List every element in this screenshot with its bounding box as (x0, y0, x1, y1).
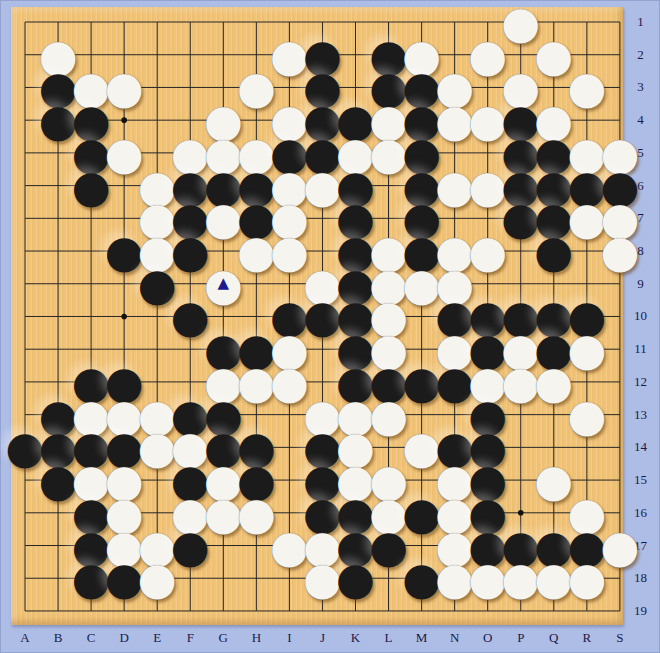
intersection-A9[interactable] (8, 267, 41, 300)
intersection-E19[interactable] (141, 595, 174, 628)
intersection-F12[interactable] (174, 366, 207, 399)
intersection-G14[interactable]: ● (207, 431, 240, 464)
intersection-O6[interactable]: ● (471, 169, 504, 202)
intersection-P10[interactable]: ● (504, 300, 537, 333)
intersection-O7[interactable] (471, 202, 504, 235)
intersection-O9[interactable] (471, 267, 504, 300)
intersection-A19[interactable] (8, 595, 41, 628)
intersection-Q5[interactable]: ● (537, 137, 570, 170)
intersection-R11[interactable]: ● (570, 333, 603, 366)
intersection-C5[interactable]: ● (75, 137, 108, 170)
intersection-P13[interactable] (504, 398, 537, 431)
intersection-K8[interactable]: ● (339, 235, 372, 268)
intersection-P4[interactable]: ● (504, 104, 537, 137)
intersection-Q10[interactable]: ● (537, 300, 570, 333)
intersection-D4[interactable] (108, 104, 141, 137)
intersection-G8[interactable] (207, 235, 240, 268)
intersection-R16[interactable]: ● (570, 496, 603, 529)
intersection-B4[interactable]: ● (42, 104, 75, 137)
intersection-E12[interactable] (141, 366, 174, 399)
intersection-K4[interactable]: ● (339, 104, 372, 137)
intersection-F13[interactable]: ● (174, 398, 207, 431)
intersection-G1[interactable] (207, 6, 240, 39)
intersection-P5[interactable]: ● (504, 137, 537, 170)
intersection-A11[interactable] (8, 333, 41, 366)
intersection-H1[interactable] (240, 6, 273, 39)
intersection-P3[interactable]: ● (504, 71, 537, 104)
intersection-I18[interactable] (273, 562, 306, 595)
intersection-N4[interactable]: ● (438, 104, 471, 137)
intersection-G4[interactable]: ● (207, 104, 240, 137)
intersection-B13[interactable]: ● (42, 398, 75, 431)
intersection-B5[interactable] (42, 137, 75, 170)
intersection-Q7[interactable]: ● (537, 202, 570, 235)
intersection-J18[interactable]: ● (306, 562, 339, 595)
intersection-J11[interactable] (306, 333, 339, 366)
intersection-Q12[interactable]: ● (537, 366, 570, 399)
intersection-A7[interactable] (8, 202, 41, 235)
intersection-H17[interactable] (240, 529, 273, 562)
intersection-B7[interactable] (42, 202, 75, 235)
intersection-H13[interactable] (240, 398, 273, 431)
intersection-N15[interactable]: ● (438, 464, 471, 497)
intersection-F14[interactable]: ● (174, 431, 207, 464)
intersection-E2[interactable] (141, 38, 174, 71)
intersection-D10[interactable] (108, 300, 141, 333)
intersection-H12[interactable]: ● (240, 366, 273, 399)
intersection-D7[interactable] (108, 202, 141, 235)
intersection-D19[interactable] (108, 595, 141, 628)
intersection-L15[interactable]: ● (372, 464, 405, 497)
intersection-I6[interactable]: ● (273, 169, 306, 202)
intersection-C15[interactable]: ● (75, 464, 108, 497)
intersection-E4[interactable] (141, 104, 174, 137)
intersection-M14[interactable]: ● (405, 431, 438, 464)
intersection-D5[interactable]: ● (108, 137, 141, 170)
intersection-B8[interactable] (42, 235, 75, 268)
intersection-P19[interactable] (504, 595, 537, 628)
intersection-I15[interactable] (273, 464, 306, 497)
intersection-N7[interactable] (438, 202, 471, 235)
intersection-E15[interactable] (141, 464, 174, 497)
intersection-R3[interactable]: ● (570, 71, 603, 104)
intersection-O17[interactable]: ● (471, 529, 504, 562)
intersection-K6[interactable]: ● (339, 169, 372, 202)
intersection-C17[interactable]: ● (75, 529, 108, 562)
intersection-A18[interactable] (8, 562, 41, 595)
intersection-H4[interactable] (240, 104, 273, 137)
intersection-H11[interactable]: ● (240, 333, 273, 366)
intersection-K12[interactable]: ● (339, 366, 372, 399)
intersection-M18[interactable]: ● (405, 562, 438, 595)
intersection-R13[interactable]: ● (570, 398, 603, 431)
intersection-D12[interactable]: ● (108, 366, 141, 399)
intersection-Q14[interactable] (537, 431, 570, 464)
intersection-L5[interactable]: ● (372, 137, 405, 170)
intersection-M4[interactable]: ● (405, 104, 438, 137)
intersection-D14[interactable]: ● (108, 431, 141, 464)
intersection-N18[interactable]: ● (438, 562, 471, 595)
intersection-I17[interactable]: ● (273, 529, 306, 562)
intersection-Q15[interactable]: ● (537, 464, 570, 497)
intersection-L11[interactable]: ● (372, 333, 405, 366)
intersection-F3[interactable] (174, 71, 207, 104)
intersection-H6[interactable]: ● (240, 169, 273, 202)
intersection-M12[interactable]: ● (405, 366, 438, 399)
intersection-F10[interactable]: ● (174, 300, 207, 333)
intersection-H2[interactable] (240, 38, 273, 71)
intersection-F6[interactable]: ● (174, 169, 207, 202)
intersection-C14[interactable]: ● (75, 431, 108, 464)
intersection-G6[interactable]: ● (207, 169, 240, 202)
intersection-H8[interactable]: ● (240, 235, 273, 268)
intersection-H3[interactable]: ● (240, 71, 273, 104)
intersection-M2[interactable]: ● (405, 38, 438, 71)
intersection-H7[interactable]: ● (240, 202, 273, 235)
intersection-O11[interactable]: ● (471, 333, 504, 366)
intersection-Q1[interactable] (537, 6, 570, 39)
intersection-F4[interactable] (174, 104, 207, 137)
intersection-O15[interactable]: ● (471, 464, 504, 497)
intersection-M5[interactable]: ● (405, 137, 438, 170)
intersection-G16[interactable]: ● (207, 496, 240, 529)
intersection-L13[interactable]: ● (372, 398, 405, 431)
intersection-B19[interactable] (42, 595, 75, 628)
intersection-J10[interactable]: ● (306, 300, 339, 333)
intersection-C7[interactable] (75, 202, 108, 235)
intersection-H18[interactable] (240, 562, 273, 595)
intersection-J17[interactable]: ● (306, 529, 339, 562)
intersection-M13[interactable] (405, 398, 438, 431)
intersection-E1[interactable] (141, 6, 174, 39)
intersection-Q19[interactable] (537, 595, 570, 628)
intersection-R7[interactable]: ● (570, 202, 603, 235)
intersection-P1[interactable]: ● (504, 6, 537, 39)
intersection-H5[interactable]: ● (240, 137, 273, 170)
intersection-F2[interactable] (174, 38, 207, 71)
intersection-E5[interactable] (141, 137, 174, 170)
intersection-P7[interactable]: ● (504, 202, 537, 235)
intersection-F1[interactable] (174, 6, 207, 39)
intersection-R9[interactable] (570, 267, 603, 300)
intersection-N11[interactable]: ● (438, 333, 471, 366)
intersection-G11[interactable]: ● (207, 333, 240, 366)
intersection-O18[interactable]: ● (471, 562, 504, 595)
intersection-B1[interactable] (42, 6, 75, 39)
intersection-Q9[interactable] (537, 267, 570, 300)
intersection-B12[interactable] (42, 366, 75, 399)
intersection-C4[interactable]: ● (75, 104, 108, 137)
intersection-R14[interactable] (570, 431, 603, 464)
intersection-F17[interactable]: ● (174, 529, 207, 562)
intersection-E6[interactable]: ● (141, 169, 174, 202)
intersection-J13[interactable]: ● (306, 398, 339, 431)
intersection-B15[interactable]: ● (42, 464, 75, 497)
intersection-A1[interactable] (8, 6, 41, 39)
intersection-C10[interactable] (75, 300, 108, 333)
intersection-D13[interactable]: ● (108, 398, 141, 431)
intersection-K15[interactable]: ● (339, 464, 372, 497)
intersection-A3[interactable] (8, 71, 41, 104)
intersection-F19[interactable] (174, 595, 207, 628)
intersection-Q2[interactable]: ● (537, 38, 570, 71)
intersection-Q13[interactable] (537, 398, 570, 431)
intersection-A6[interactable] (8, 169, 41, 202)
intersection-B6[interactable] (42, 169, 75, 202)
intersection-H15[interactable]: ● (240, 464, 273, 497)
intersection-K17[interactable]: ● (339, 529, 372, 562)
intersection-G17[interactable] (207, 529, 240, 562)
intersection-K11[interactable]: ● (339, 333, 372, 366)
intersection-F8[interactable]: ● (174, 235, 207, 268)
intersection-D17[interactable]: ● (108, 529, 141, 562)
intersection-L8[interactable]: ● (372, 235, 405, 268)
intersection-E18[interactable]: ● (141, 562, 174, 595)
intersection-J8[interactable] (306, 235, 339, 268)
intersection-P2[interactable] (504, 38, 537, 71)
intersection-E3[interactable] (141, 71, 174, 104)
intersection-O19[interactable] (471, 595, 504, 628)
intersection-N5[interactable] (438, 137, 471, 170)
intersection-I3[interactable] (273, 71, 306, 104)
intersection-H19[interactable] (240, 595, 273, 628)
intersection-I9[interactable] (273, 267, 306, 300)
intersection-Q11[interactable]: ● (537, 333, 570, 366)
intersection-O12[interactable]: ● (471, 366, 504, 399)
intersection-P8[interactable] (504, 235, 537, 268)
intersection-G13[interactable]: ● (207, 398, 240, 431)
intersection-K2[interactable] (339, 38, 372, 71)
intersection-C3[interactable]: ● (75, 71, 108, 104)
intersection-A14[interactable]: ● (8, 431, 41, 464)
intersection-K1[interactable] (339, 6, 372, 39)
intersection-O10[interactable]: ● (471, 300, 504, 333)
intersection-A17[interactable] (8, 529, 41, 562)
intersection-B16[interactable] (42, 496, 75, 529)
intersection-M19[interactable] (405, 595, 438, 628)
intersection-E9[interactable]: ● (141, 267, 174, 300)
intersection-B14[interactable]: ● (42, 431, 75, 464)
intersection-J2[interactable]: ● (306, 38, 339, 71)
intersection-C18[interactable]: ● (75, 562, 108, 595)
intersection-F11[interactable] (174, 333, 207, 366)
intersection-D11[interactable] (108, 333, 141, 366)
intersection-K19[interactable] (339, 595, 372, 628)
intersection-L6[interactable] (372, 169, 405, 202)
intersection-L10[interactable]: ● (372, 300, 405, 333)
intersection-O1[interactable] (471, 6, 504, 39)
intersection-I14[interactable] (273, 431, 306, 464)
intersection-C1[interactable] (75, 6, 108, 39)
intersection-B17[interactable] (42, 529, 75, 562)
intersection-R6[interactable]: ● (570, 169, 603, 202)
intersection-P9[interactable] (504, 267, 537, 300)
intersection-G10[interactable] (207, 300, 240, 333)
intersection-B18[interactable] (42, 562, 75, 595)
intersection-L17[interactable]: ● (372, 529, 405, 562)
intersection-N8[interactable]: ● (438, 235, 471, 268)
intersection-Q18[interactable]: ● (537, 562, 570, 595)
intersection-B9[interactable] (42, 267, 75, 300)
intersection-O14[interactable]: ● (471, 431, 504, 464)
intersection-O13[interactable]: ● (471, 398, 504, 431)
intersection-M11[interactable] (405, 333, 438, 366)
intersection-N13[interactable] (438, 398, 471, 431)
intersection-A10[interactable] (8, 300, 41, 333)
intersection-O5[interactable] (471, 137, 504, 170)
intersection-O4[interactable]: ● (471, 104, 504, 137)
intersection-G19[interactable] (207, 595, 240, 628)
intersection-Q6[interactable]: ● (537, 169, 570, 202)
intersection-I4[interactable]: ● (273, 104, 306, 137)
intersection-K9[interactable]: ● (339, 267, 372, 300)
intersection-K10[interactable]: ● (339, 300, 372, 333)
intersection-C11[interactable] (75, 333, 108, 366)
intersection-G2[interactable] (207, 38, 240, 71)
intersection-A2[interactable] (8, 38, 41, 71)
intersection-N9[interactable]: ● (438, 267, 471, 300)
intersection-C2[interactable] (75, 38, 108, 71)
intersection-M15[interactable] (405, 464, 438, 497)
intersection-J4[interactable]: ● (306, 104, 339, 137)
intersection-P12[interactable]: ● (504, 366, 537, 399)
intersection-A13[interactable] (8, 398, 41, 431)
intersection-I12[interactable]: ● (273, 366, 306, 399)
intersection-O8[interactable]: ● (471, 235, 504, 268)
intersection-P17[interactable]: ● (504, 529, 537, 562)
intersection-M17[interactable] (405, 529, 438, 562)
intersection-M6[interactable]: ● (405, 169, 438, 202)
intersection-R1[interactable] (570, 6, 603, 39)
intersection-B11[interactable] (42, 333, 75, 366)
intersection-H10[interactable] (240, 300, 273, 333)
intersection-E17[interactable]: ● (141, 529, 174, 562)
intersection-E10[interactable] (141, 300, 174, 333)
intersection-G18[interactable] (207, 562, 240, 595)
intersection-J1[interactable] (306, 6, 339, 39)
intersection-K5[interactable]: ● (339, 137, 372, 170)
intersection-I10[interactable]: ● (273, 300, 306, 333)
intersection-N19[interactable] (438, 595, 471, 628)
intersection-L4[interactable]: ● (372, 104, 405, 137)
intersection-C9[interactable] (75, 267, 108, 300)
intersection-F5[interactable]: ● (174, 137, 207, 170)
intersection-K7[interactable]: ● (339, 202, 372, 235)
intersection-L12[interactable]: ● (372, 366, 405, 399)
intersection-H9[interactable] (240, 267, 273, 300)
intersection-D8[interactable]: ● (108, 235, 141, 268)
intersection-M16[interactable]: ● (405, 496, 438, 529)
intersection-P18[interactable]: ● (504, 562, 537, 595)
intersection-C16[interactable]: ● (75, 496, 108, 529)
intersection-L2[interactable]: ● (372, 38, 405, 71)
intersection-B10[interactable] (42, 300, 75, 333)
intersection-N6[interactable]: ● (438, 169, 471, 202)
intersection-Q3[interactable] (537, 71, 570, 104)
intersection-K14[interactable]: ● (339, 431, 372, 464)
intersection-K18[interactable]: ● (339, 562, 372, 595)
intersection-R5[interactable]: ● (570, 137, 603, 170)
intersection-F9[interactable] (174, 267, 207, 300)
intersection-R12[interactable] (570, 366, 603, 399)
intersection-A16[interactable] (8, 496, 41, 529)
intersection-Q8[interactable]: ● (537, 235, 570, 268)
intersection-H16[interactable]: ● (240, 496, 273, 529)
intersection-K3[interactable] (339, 71, 372, 104)
intersection-R10[interactable]: ● (570, 300, 603, 333)
intersection-F15[interactable]: ● (174, 464, 207, 497)
intersection-K16[interactable]: ● (339, 496, 372, 529)
intersection-E8[interactable]: ● (141, 235, 174, 268)
intersection-R15[interactable] (570, 464, 603, 497)
intersection-I11[interactable]: ● (273, 333, 306, 366)
intersection-M7[interactable]: ● (405, 202, 438, 235)
intersection-A8[interactable] (8, 235, 41, 268)
intersection-M8[interactable]: ● (405, 235, 438, 268)
intersection-P6[interactable]: ● (504, 169, 537, 202)
intersection-I1[interactable] (273, 6, 306, 39)
intersection-E14[interactable]: ● (141, 431, 174, 464)
intersection-M3[interactable]: ● (405, 71, 438, 104)
intersection-L14[interactable] (372, 431, 405, 464)
intersection-I13[interactable] (273, 398, 306, 431)
intersection-I8[interactable]: ● (273, 235, 306, 268)
intersection-D6[interactable] (108, 169, 141, 202)
intersection-L1[interactable] (372, 6, 405, 39)
intersection-M10[interactable] (405, 300, 438, 333)
intersection-G15[interactable]: ● (207, 464, 240, 497)
intersection-P16[interactable] (504, 496, 537, 529)
intersection-J3[interactable]: ● (306, 71, 339, 104)
intersection-R17[interactable]: ● (570, 529, 603, 562)
intersection-C6[interactable]: ● (75, 169, 108, 202)
intersection-I7[interactable]: ● (273, 202, 306, 235)
intersection-L3[interactable]: ● (372, 71, 405, 104)
intersection-D2[interactable] (108, 38, 141, 71)
intersection-P15[interactable] (504, 464, 537, 497)
intersection-J14[interactable]: ● (306, 431, 339, 464)
intersection-I2[interactable]: ● (273, 38, 306, 71)
intersection-R19[interactable] (570, 595, 603, 628)
intersection-G9[interactable]: ●▲ (207, 267, 240, 300)
intersection-L18[interactable] (372, 562, 405, 595)
intersection-E13[interactable]: ● (141, 398, 174, 431)
intersection-F16[interactable]: ● (174, 496, 207, 529)
intersection-G12[interactable]: ● (207, 366, 240, 399)
intersection-Q16[interactable] (537, 496, 570, 529)
intersection-N10[interactable]: ● (438, 300, 471, 333)
intersection-O16[interactable]: ● (471, 496, 504, 529)
intersection-R4[interactable] (570, 104, 603, 137)
intersection-J15[interactable]: ● (306, 464, 339, 497)
intersection-J16[interactable]: ● (306, 496, 339, 529)
intersection-E16[interactable] (141, 496, 174, 529)
intersection-C12[interactable]: ● (75, 366, 108, 399)
intersection-N17[interactable]: ● (438, 529, 471, 562)
intersection-B2[interactable]: ● (42, 38, 75, 71)
intersection-K13[interactable]: ● (339, 398, 372, 431)
intersection-J9[interactable]: ● (306, 267, 339, 300)
intersection-N16[interactable]: ● (438, 496, 471, 529)
intersection-Q4[interactable]: ● (537, 104, 570, 137)
intersection-B3[interactable]: ● (42, 71, 75, 104)
intersection-E11[interactable] (141, 333, 174, 366)
intersection-G5[interactable]: ● (207, 137, 240, 170)
intersection-E7[interactable]: ● (141, 202, 174, 235)
intersection-C13[interactable]: ● (75, 398, 108, 431)
intersection-N12[interactable]: ● (438, 366, 471, 399)
intersection-M1[interactable] (405, 6, 438, 39)
